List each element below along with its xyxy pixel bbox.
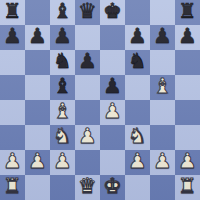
square-c2[interactable]: ♟ (50, 150, 75, 175)
piece-white-bishop[interactable]: ♝ (153, 74, 172, 99)
square-g6[interactable] (150, 50, 175, 75)
square-g2[interactable]: ♟ (150, 150, 175, 175)
square-f3[interactable]: ♞ (125, 125, 150, 150)
square-e8[interactable]: ♚ (100, 0, 125, 25)
piece-white-pawn[interactable]: ♟ (103, 99, 122, 124)
square-e3[interactable] (100, 125, 125, 150)
square-a2[interactable]: ♟ (0, 150, 25, 175)
piece-white-knight[interactable]: ♞ (128, 124, 147, 149)
square-b8[interactable] (25, 0, 50, 25)
piece-black-pawn[interactable]: ♟ (128, 24, 147, 49)
piece-white-pawn[interactable]: ♟ (78, 124, 97, 149)
piece-black-pawn[interactable]: ♟ (153, 24, 172, 49)
piece-black-knight[interactable]: ♞ (53, 49, 72, 74)
square-h6[interactable] (175, 50, 200, 75)
chess-board: ♜♝♛♚♜♟♟♟♟♟♟♞♟♞♝♟♝♝♟♞♟♞♟♟♟♟♟♟♜♛♚♜ (0, 0, 200, 200)
square-c4[interactable]: ♝ (50, 100, 75, 125)
square-h1[interactable]: ♜ (175, 175, 200, 200)
piece-black-rook[interactable]: ♜ (178, 0, 197, 24)
square-c8[interactable]: ♝ (50, 0, 75, 25)
square-g5[interactable]: ♝ (150, 75, 175, 100)
square-f8[interactable] (125, 0, 150, 25)
square-h4[interactable] (175, 100, 200, 125)
piece-white-pawn[interactable]: ♟ (153, 149, 172, 174)
piece-white-queen[interactable]: ♛ (78, 174, 97, 199)
piece-black-king[interactable]: ♚ (103, 0, 122, 24)
piece-black-pawn[interactable]: ♟ (53, 24, 72, 49)
square-h2[interactable]: ♟ (175, 150, 200, 175)
square-c5[interactable]: ♝ (50, 75, 75, 100)
piece-black-knight[interactable]: ♞ (128, 49, 147, 74)
square-f7[interactable]: ♟ (125, 25, 150, 50)
square-c7[interactable]: ♟ (50, 25, 75, 50)
square-h8[interactable]: ♜ (175, 0, 200, 25)
square-e2[interactable] (100, 150, 125, 175)
square-b3[interactable] (25, 125, 50, 150)
square-g7[interactable]: ♟ (150, 25, 175, 50)
square-c1[interactable] (50, 175, 75, 200)
square-a5[interactable] (0, 75, 25, 100)
square-d8[interactable]: ♛ (75, 0, 100, 25)
square-b1[interactable] (25, 175, 50, 200)
square-a3[interactable] (0, 125, 25, 150)
square-f5[interactable] (125, 75, 150, 100)
square-g4[interactable] (150, 100, 175, 125)
piece-black-pawn[interactable]: ♟ (103, 74, 122, 99)
piece-black-pawn[interactable]: ♟ (78, 49, 97, 74)
piece-white-knight[interactable]: ♞ (53, 124, 72, 149)
piece-white-pawn[interactable]: ♟ (53, 149, 72, 174)
square-e4[interactable]: ♟ (100, 100, 125, 125)
square-g3[interactable] (150, 125, 175, 150)
square-d2[interactable] (75, 150, 100, 175)
square-a1[interactable]: ♜ (0, 175, 25, 200)
piece-white-pawn[interactable]: ♟ (128, 149, 147, 174)
square-f1[interactable] (125, 175, 150, 200)
square-e1[interactable]: ♚ (100, 175, 125, 200)
square-d3[interactable]: ♟ (75, 125, 100, 150)
piece-black-bishop[interactable]: ♝ (53, 74, 72, 99)
square-f4[interactable] (125, 100, 150, 125)
square-h3[interactable] (175, 125, 200, 150)
square-a4[interactable] (0, 100, 25, 125)
square-g1[interactable] (150, 175, 175, 200)
piece-white-pawn[interactable]: ♟ (28, 149, 47, 174)
square-b6[interactable] (25, 50, 50, 75)
square-a7[interactable]: ♟ (0, 25, 25, 50)
square-b4[interactable] (25, 100, 50, 125)
piece-white-king[interactable]: ♚ (103, 174, 122, 199)
square-c3[interactable]: ♞ (50, 125, 75, 150)
piece-black-queen[interactable]: ♛ (78, 0, 97, 24)
piece-white-bishop[interactable]: ♝ (53, 99, 72, 124)
square-b2[interactable]: ♟ (25, 150, 50, 175)
square-b5[interactable] (25, 75, 50, 100)
square-e5[interactable]: ♟ (100, 75, 125, 100)
piece-black-pawn[interactable]: ♟ (178, 24, 197, 49)
piece-black-pawn[interactable]: ♟ (3, 24, 22, 49)
square-d1[interactable]: ♛ (75, 175, 100, 200)
piece-white-pawn[interactable]: ♟ (178, 149, 197, 174)
square-e7[interactable] (100, 25, 125, 50)
square-d5[interactable] (75, 75, 100, 100)
square-a6[interactable] (0, 50, 25, 75)
square-a8[interactable]: ♜ (0, 0, 25, 25)
square-f2[interactable]: ♟ (125, 150, 150, 175)
square-g8[interactable] (150, 0, 175, 25)
square-f6[interactable]: ♞ (125, 50, 150, 75)
square-h7[interactable]: ♟ (175, 25, 200, 50)
square-d7[interactable] (75, 25, 100, 50)
square-b7[interactable]: ♟ (25, 25, 50, 50)
square-d6[interactable]: ♟ (75, 50, 100, 75)
piece-black-bishop[interactable]: ♝ (53, 0, 72, 24)
piece-black-rook[interactable]: ♜ (3, 0, 22, 24)
piece-white-rook[interactable]: ♜ (3, 174, 22, 199)
square-e6[interactable] (100, 50, 125, 75)
piece-white-rook[interactable]: ♜ (178, 174, 197, 199)
piece-white-pawn[interactable]: ♟ (3, 149, 22, 174)
square-h5[interactable] (175, 75, 200, 100)
square-c6[interactable]: ♞ (50, 50, 75, 75)
piece-black-pawn[interactable]: ♟ (28, 24, 47, 49)
square-d4[interactable] (75, 100, 100, 125)
